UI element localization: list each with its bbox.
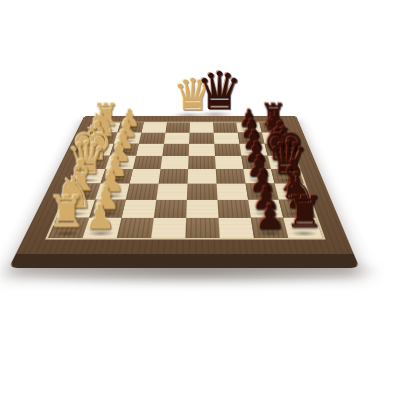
square-f4 [162, 144, 189, 156]
square-f5 [189, 144, 215, 156]
square-a4 [151, 218, 186, 238]
square-c3 [126, 184, 159, 200]
square-h5 [190, 122, 214, 132]
square-h6 [213, 122, 238, 132]
square-g3 [139, 133, 166, 144]
square-e4 [161, 156, 189, 169]
piece-bP-a7: ♟ [255, 200, 285, 234]
square-b3 [122, 200, 157, 218]
chess-board-grid: ♜♟♟♜♞♟♟♞♝♟♟♝♚♟♟♚♛♟♟♛♝♟♟♝♞♟♟♞♜♟♟♜ [48, 122, 322, 238]
square-f3 [136, 144, 164, 156]
square-a2: ♟ [83, 218, 122, 238]
scene: ♜♟♟♜♞♟♟♞♝♟♟♝♚♟♟♚♛♟♟♛♝♟♟♝♞♟♟♞♜♟♟♜ [0, 0, 399, 400]
square-a8: ♜ [283, 218, 322, 238]
square-e5 [188, 156, 216, 169]
square-a6 [219, 218, 254, 238]
square-g6 [214, 133, 240, 144]
square-g5 [189, 133, 214, 144]
square-d4 [159, 169, 189, 184]
square-h4 [166, 122, 190, 132]
square-e6 [215, 156, 243, 169]
square-a5 [185, 218, 219, 238]
square-g4 [164, 133, 190, 144]
square-b4 [154, 200, 187, 218]
square-d5 [188, 169, 217, 184]
square-c6 [217, 184, 249, 200]
chess-board: ♜♟♟♜♞♟♟♞♝♟♟♝♚♟♟♚♛♟♟♛♝♟♟♝♞♟♟♞♜♟♟♜ [9, 116, 360, 268]
square-b5 [186, 200, 218, 218]
square-e3 [133, 156, 162, 169]
product-photo-chess-set: ♛ ♛ ♜♟♟♜♞♟♟♞♝♟♟♝♚♟♟♚♛♟♟♛♝♟♟♝♞♟♟♞♜♟♟♜ [0, 0, 399, 400]
square-d6 [216, 169, 246, 184]
piece-wR-a1: ♜ [47, 191, 86, 235]
square-a3 [117, 218, 154, 238]
square-a7: ♟ [251, 218, 288, 238]
square-c5 [187, 184, 218, 200]
square-h3 [141, 122, 166, 132]
square-f6 [214, 144, 241, 156]
square-c4 [156, 184, 187, 200]
piece-bR-a8: ♜ [285, 191, 324, 235]
square-d3 [130, 169, 161, 184]
square-b6 [218, 200, 251, 218]
piece-wP-a2: ♟ [85, 200, 115, 234]
